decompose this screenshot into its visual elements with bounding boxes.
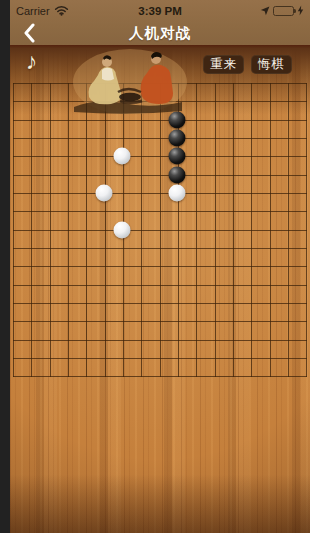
status-left: Carrier <box>16 5 106 17</box>
nav-bar: 人机对战 <box>10 21 310 45</box>
battery-icon <box>273 6 294 16</box>
music-note-icon[interactable]: ♪ <box>26 50 38 73</box>
white-stone: ○ <box>96 184 113 201</box>
black-stone: ● <box>169 148 186 165</box>
board[interactable]: ●●●●○○○○ <box>13 83 307 377</box>
white-stone: ○ <box>114 148 131 165</box>
status-right <box>214 5 304 16</box>
undo-button[interactable]: 悔棋 <box>251 55 292 74</box>
restart-button[interactable]: 重来 <box>203 55 244 74</box>
black-stone: ● <box>169 129 186 146</box>
chevron-left-icon <box>23 23 35 43</box>
wifi-icon <box>54 5 69 16</box>
black-stone: ● <box>169 166 186 183</box>
clock-label: 3:39 PM <box>106 5 214 17</box>
wood-background: ♪ 重来 悔棋 ●●●●○○○○ <box>10 45 310 533</box>
location-arrow-icon <box>260 6 270 16</box>
page-title: 人机对战 <box>10 24 310 43</box>
status-bar: Carrier 3:39 PM <box>10 0 310 21</box>
app-screen: Carrier 3:39 PM <box>10 0 310 533</box>
charging-bolt-icon <box>297 5 304 16</box>
top-bars: Carrier 3:39 PM <box>10 0 310 45</box>
white-stone: ○ <box>114 221 131 238</box>
back-button[interactable] <box>18 22 40 44</box>
black-stone: ● <box>169 111 186 128</box>
carrier-label: Carrier <box>16 5 50 17</box>
white-stone: ○ <box>169 184 186 201</box>
